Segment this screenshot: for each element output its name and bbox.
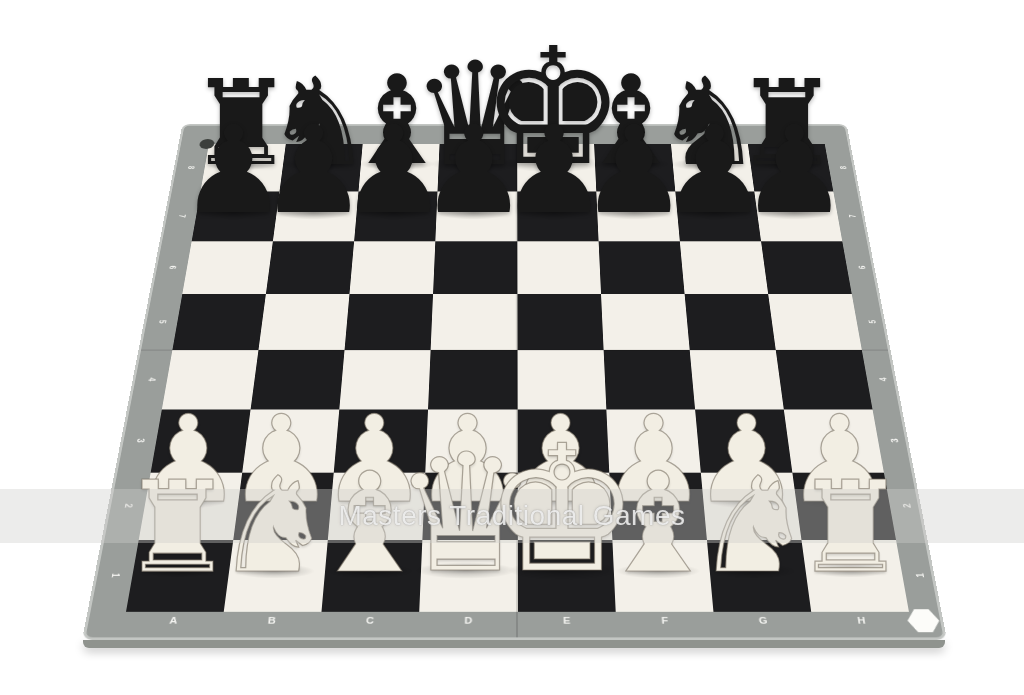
square-b6[interactable] bbox=[265, 241, 353, 294]
file-label-g: G bbox=[758, 615, 768, 625]
square-c5[interactable] bbox=[344, 294, 433, 350]
rank-label-right-5: 5 bbox=[867, 320, 877, 324]
square-f5[interactable] bbox=[600, 294, 689, 350]
square-g6[interactable] bbox=[679, 241, 767, 294]
rank-label-right-6: 6 bbox=[857, 266, 867, 269]
file-label-b: B bbox=[267, 615, 276, 625]
rank-label-right-4: 4 bbox=[877, 377, 887, 381]
hexagon-logo-icon bbox=[905, 609, 941, 632]
rank-label-left-1: 1 bbox=[109, 573, 121, 578]
square-c6[interactable] bbox=[349, 241, 435, 294]
white-rook-icon: ♜ bbox=[794, 464, 907, 590]
square-h5[interactable] bbox=[768, 294, 862, 350]
black-pawn-icon: ♟︎ bbox=[740, 110, 849, 231]
rank-label-left-4: 4 bbox=[146, 377, 156, 381]
rank-label-left-6: 6 bbox=[167, 266, 177, 269]
square-f6[interactable] bbox=[598, 241, 684, 294]
board-front-edge bbox=[83, 640, 945, 648]
square-h6[interactable] bbox=[760, 241, 851, 294]
rank-label-right-1: 1 bbox=[914, 573, 926, 578]
chess-set-photo: ABCDEFGH1122334455667788 ♜♞♝♛♚♝♞♜♟︎♟︎♟︎♟… bbox=[0, 0, 1024, 695]
rank-label-left-5: 5 bbox=[156, 320, 166, 324]
square-b5[interactable] bbox=[258, 294, 349, 350]
piece-white-rook-h1[interactable]: ♜ bbox=[794, 464, 907, 590]
square-a6[interactable] bbox=[182, 241, 273, 294]
piece-black-pawn-h7[interactable]: ♟︎ bbox=[740, 110, 849, 231]
file-label-a: A bbox=[168, 615, 177, 625]
square-g5[interactable] bbox=[684, 294, 775, 350]
file-label-f: F bbox=[661, 615, 668, 625]
square-e5[interactable] bbox=[517, 294, 603, 350]
file-label-d: D bbox=[464, 615, 472, 625]
file-label-h: H bbox=[856, 615, 865, 625]
square-e6[interactable] bbox=[516, 241, 600, 294]
file-label-c: C bbox=[365, 615, 374, 625]
square-a5[interactable] bbox=[172, 294, 266, 350]
file-label-e: E bbox=[562, 615, 570, 625]
square-d5[interactable] bbox=[430, 294, 516, 350]
square-d6[interactable] bbox=[433, 241, 517, 294]
